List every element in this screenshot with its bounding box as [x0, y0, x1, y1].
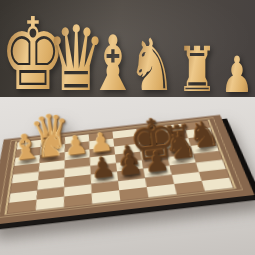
piece-dark-pawn: ♟ [143, 147, 171, 178]
square-f1 [147, 184, 177, 197]
square-d1 [92, 191, 121, 204]
piece-dark-pawn: ♟ [116, 150, 144, 181]
square-h1 [202, 178, 233, 191]
square-e1 [119, 187, 148, 200]
chess-board: ♛♝♞♟♟♝♜♞♟♚♞♟♟♟ [0, 97, 255, 226]
lineup-knight-piece: ♞ [128, 37, 176, 95]
lineup-rook-piece: ♜ [176, 45, 217, 95]
chess-set-product-photo: ♚♛♝♞♜♟ ♛♝♞♟♟♝♜♞♟♚♞♟♟♟ [0, 0, 255, 255]
board-grid: ♛♝♞♟♟♝♜♞♟♚♞♟♟♟ [8, 120, 234, 213]
piece-light-pawn: ♟ [63, 131, 89, 160]
square-c1 [64, 194, 92, 207]
piece-lineup: ♚♛♝♞♜♟ [0, 0, 255, 97]
piece-dark-pawn: ♟ [89, 153, 117, 184]
square-e3: ♟ [117, 169, 145, 181]
square-b1 [36, 197, 64, 210]
board-frame: ♛♝♞♟♟♝♜♞♟♚♞♟♟♟ [0, 115, 255, 225]
square-g1 [174, 181, 205, 194]
square-a1 [8, 200, 37, 214]
board-scene: ♛♝♞♟♟♝♜♞♟♚♞♟♟♟ [0, 97, 255, 255]
lineup-pawn-piece: ♟ [220, 55, 253, 95]
